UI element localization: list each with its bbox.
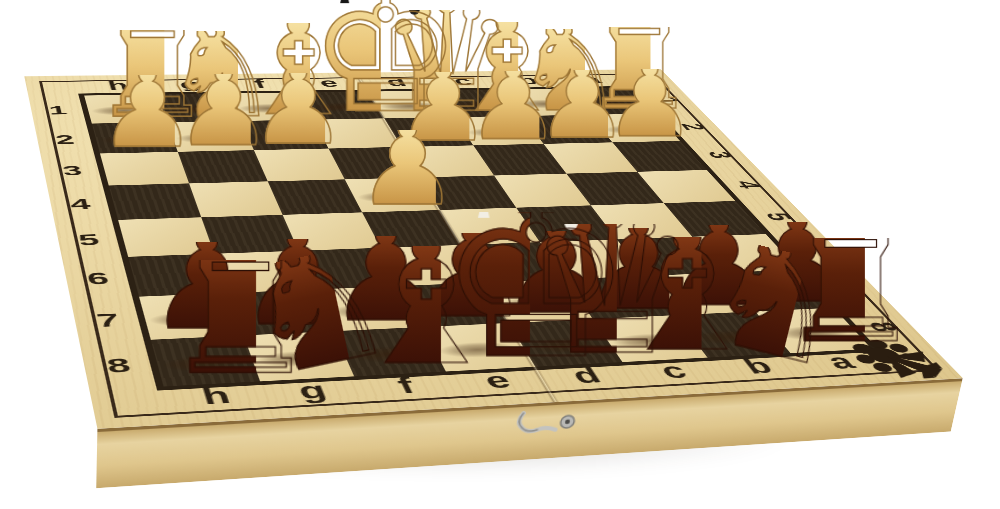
piece-shadow-h2: [98, 134, 168, 145]
piece-shadow-f2: [249, 131, 318, 142]
rank-label-left-8: 8: [90, 354, 148, 377]
piece-shadow-b1: [512, 99, 577, 109]
piece-shadow-g1: [164, 104, 232, 114]
chess-set-photo: hhggffeeddccbbaa1122334455667788 ♜♞♝♚♛♝♞…: [0, 0, 1000, 509]
piece-shadow-a2: [601, 124, 668, 134]
piece-shadow-h1: [90, 105, 158, 115]
rank-label-left-7: 7: [80, 310, 136, 331]
rank-label-left-6: 6: [71, 269, 124, 288]
rank-label-left-4: 4: [56, 196, 105, 212]
chess-board: hhggffeeddccbbaa1122334455667788 ♜♞♝♚♛♝♞…: [24, 69, 963, 429]
file-label-top-b: b: [491, 75, 565, 87]
file-label-top-e: e: [291, 77, 366, 89]
file-label-top-a: a: [555, 74, 628, 86]
rank-label-left-1: 1: [36, 104, 80, 117]
rank-label-left-3: 3: [49, 163, 97, 178]
file-label-top-d: d: [359, 76, 433, 88]
file-label-bottom-f: f: [355, 373, 458, 400]
file-label-bottom-c: c: [623, 359, 724, 384]
file-label-top-c: c: [426, 75, 500, 87]
piece-shadow-a1: [578, 98, 643, 108]
piece-shadow-c2: [464, 127, 532, 138]
piece-shadow-g2: [174, 133, 244, 144]
piece-shadow-f1: [236, 103, 303, 113]
file-label-top-f: f: [222, 78, 297, 91]
file-label-bottom-b: b: [708, 354, 808, 379]
file-label-bottom-g: g: [261, 378, 365, 405]
rook-glyph: ♜: [160, 240, 256, 381]
file-label-bottom-a: a: [791, 350, 890, 374]
file-label-bottom-h: h: [164, 383, 269, 411]
piece-shadow-b2: [533, 126, 600, 137]
piece-shadow-d2: [394, 128, 462, 139]
piece-shadow-d1: [377, 101, 443, 111]
piece-shadow-e1: [307, 102, 374, 112]
piece-black-rook-h8: ♜: [160, 260, 256, 370]
rank-label-left-5: 5: [63, 231, 114, 248]
file-label-bottom-e: e: [446, 368, 548, 394]
rank-label-left-2: 2: [42, 133, 88, 147]
piece-shadow-c1: [445, 100, 511, 110]
clasp-hook: [511, 407, 596, 443]
file-label-top-g: g: [152, 79, 228, 92]
file-label-top-h: h: [80, 79, 156, 92]
